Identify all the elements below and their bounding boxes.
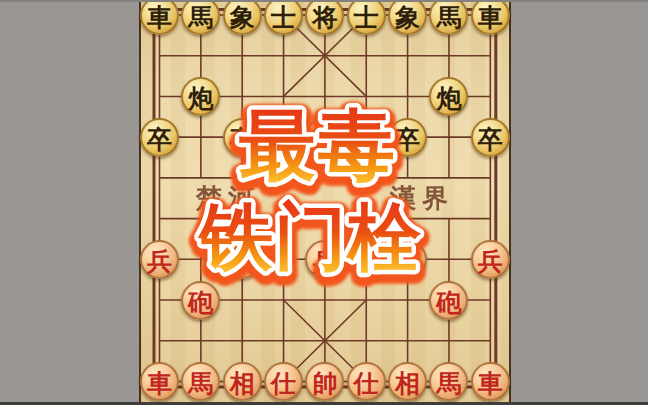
river-label-left: 楚河 bbox=[196, 181, 260, 216]
screenshot-stage: 楚河 漢界 車馬象士将士象馬車炮炮卒卒卒卒卒兵兵兵兵兵砲砲車馬相仕帥仕相馬車 最… bbox=[0, 0, 648, 405]
piece-glyph: 仕 bbox=[349, 364, 384, 403]
piece-glyph: 兵 bbox=[225, 242, 260, 281]
piece-glyph: 車 bbox=[473, 0, 508, 37]
piece-glyph: 象 bbox=[390, 0, 425, 37]
top-edge-line bbox=[0, 0, 648, 2]
piece-black-5-0[interactable]: 士 bbox=[347, 0, 386, 35]
piece-glyph: 砲 bbox=[183, 283, 218, 322]
piece-black-4-3[interactable]: 卒 bbox=[305, 118, 344, 157]
piece-glyph: 象 bbox=[225, 0, 260, 37]
piece-glyph: 帥 bbox=[307, 364, 342, 403]
piece-glyph: 仕 bbox=[266, 364, 301, 403]
piece-red-0-9[interactable]: 車 bbox=[140, 362, 179, 401]
piece-black-8-3[interactable]: 卒 bbox=[471, 118, 510, 157]
piece-glyph: 砲 bbox=[431, 283, 466, 322]
piece-red-3-9[interactable]: 仕 bbox=[264, 362, 303, 401]
piece-glyph: 将 bbox=[307, 0, 342, 37]
piece-black-2-0[interactable]: 象 bbox=[223, 0, 262, 35]
piece-red-7-9[interactable]: 馬 bbox=[429, 362, 468, 401]
piece-glyph: 卒 bbox=[473, 120, 508, 159]
piece-black-1-2[interactable]: 炮 bbox=[181, 77, 220, 116]
piece-glyph: 相 bbox=[390, 364, 425, 403]
piece-glyph: 士 bbox=[266, 0, 301, 37]
piece-black-4-0[interactable]: 将 bbox=[305, 0, 344, 35]
piece-red-5-9[interactable]: 仕 bbox=[347, 362, 386, 401]
piece-red-1-7[interactable]: 砲 bbox=[181, 281, 220, 320]
piece-glyph: 馬 bbox=[183, 364, 218, 403]
piece-glyph: 馬 bbox=[183, 0, 218, 37]
piece-glyph: 卒 bbox=[142, 120, 177, 159]
piece-black-7-0[interactable]: 馬 bbox=[429, 0, 468, 35]
piece-black-2-3[interactable]: 卒 bbox=[223, 118, 262, 157]
piece-red-4-6[interactable]: 兵 bbox=[305, 240, 344, 279]
piece-red-6-6[interactable]: 兵 bbox=[388, 240, 427, 279]
piece-red-2-6[interactable]: 兵 bbox=[223, 240, 262, 279]
piece-glyph: 卒 bbox=[307, 120, 342, 159]
piece-black-0-3[interactable]: 卒 bbox=[140, 118, 179, 157]
piece-glyph: 馬 bbox=[431, 0, 466, 37]
piece-glyph: 兵 bbox=[307, 242, 342, 281]
piece-glyph: 兵 bbox=[390, 242, 425, 281]
piece-glyph: 兵 bbox=[473, 242, 508, 281]
piece-black-0-0[interactable]: 車 bbox=[140, 0, 179, 35]
piece-black-7-2[interactable]: 炮 bbox=[429, 77, 468, 116]
piece-black-1-0[interactable]: 馬 bbox=[181, 0, 220, 35]
piece-red-0-6[interactable]: 兵 bbox=[140, 240, 179, 279]
piece-red-6-9[interactable]: 相 bbox=[388, 362, 427, 401]
piece-black-6-3[interactable]: 卒 bbox=[388, 118, 427, 157]
piece-glyph: 卒 bbox=[390, 120, 425, 159]
piece-red-7-7[interactable]: 砲 bbox=[429, 281, 468, 320]
piece-glyph: 炮 bbox=[431, 79, 466, 118]
river-label-right: 漢界 bbox=[390, 181, 454, 216]
piece-glyph: 車 bbox=[473, 364, 508, 403]
piece-red-4-9[interactable]: 帥 bbox=[305, 362, 344, 401]
piece-red-8-6[interactable]: 兵 bbox=[471, 240, 510, 279]
piece-black-8-0[interactable]: 車 bbox=[471, 0, 510, 35]
piece-glyph: 車 bbox=[142, 0, 177, 37]
piece-glyph: 卒 bbox=[225, 120, 260, 159]
piece-glyph: 馬 bbox=[431, 364, 466, 403]
piece-black-6-0[interactable]: 象 bbox=[388, 0, 427, 35]
piece-glyph: 相 bbox=[225, 364, 260, 403]
piece-red-1-9[interactable]: 馬 bbox=[181, 362, 220, 401]
piece-glyph: 士 bbox=[349, 0, 384, 37]
piece-black-3-0[interactable]: 士 bbox=[264, 0, 303, 35]
piece-glyph: 兵 bbox=[142, 242, 177, 281]
piece-glyph: 炮 bbox=[183, 79, 218, 118]
piece-red-2-9[interactable]: 相 bbox=[223, 362, 262, 401]
piece-glyph: 車 bbox=[142, 364, 177, 403]
piece-red-8-9[interactable]: 車 bbox=[471, 362, 510, 401]
board[interactable]: 楚河 漢界 車馬象士将士象馬車炮炮卒卒卒卒卒兵兵兵兵兵砲砲車馬相仕帥仕相馬車 bbox=[139, 0, 511, 405]
